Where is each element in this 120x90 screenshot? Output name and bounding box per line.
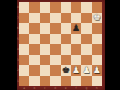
- square-g4[interactable]: [81, 44, 91, 55]
- square-h6[interactable]: [92, 23, 102, 34]
- square-c5[interactable]: [40, 34, 50, 45]
- square-b5[interactable]: [29, 34, 39, 45]
- white-pawn[interactable]: ♟: [71, 65, 81, 76]
- square-d4[interactable]: [50, 44, 60, 55]
- square-g1[interactable]: [81, 76, 91, 87]
- square-g6[interactable]: [81, 23, 91, 34]
- square-f7[interactable]: [71, 13, 81, 24]
- square-d5[interactable]: [50, 34, 60, 45]
- square-a7[interactable]: [19, 13, 29, 24]
- square-e5[interactable]: [61, 34, 71, 45]
- square-h2[interactable]: ♟: [92, 65, 102, 76]
- letterboxed-background: 87654321 ♚♟♚♟♟♟ abcdefgh: [0, 0, 120, 90]
- square-c3[interactable]: [40, 55, 50, 66]
- square-h1[interactable]: [92, 76, 102, 87]
- square-h7[interactable]: ♚: [92, 13, 102, 24]
- file-label-c: c: [40, 86, 50, 90]
- square-b7[interactable]: [29, 13, 39, 24]
- square-d2[interactable]: [50, 65, 60, 76]
- square-b1[interactable]: [29, 76, 39, 87]
- file-label-f: f: [71, 86, 81, 90]
- file-label-e: e: [61, 86, 71, 90]
- square-b3[interactable]: [29, 55, 39, 66]
- square-d6[interactable]: [50, 23, 60, 34]
- square-b2[interactable]: [29, 65, 39, 76]
- square-f4[interactable]: [71, 44, 81, 55]
- square-h4[interactable]: [92, 44, 102, 55]
- white-pawn[interactable]: ♟: [92, 65, 102, 76]
- square-d7[interactable]: [50, 13, 60, 24]
- square-c7[interactable]: [40, 13, 50, 24]
- black-pawn[interactable]: ♟: [71, 23, 81, 34]
- square-f5[interactable]: [71, 34, 81, 45]
- square-d3[interactable]: [50, 55, 60, 66]
- white-king[interactable]: ♚: [92, 13, 102, 24]
- square-f6[interactable]: ♟: [71, 23, 81, 34]
- file-label-a: a: [19, 86, 29, 90]
- square-a1[interactable]: [19, 76, 29, 87]
- square-d8[interactable]: [50, 2, 60, 13]
- square-e6[interactable]: [61, 23, 71, 34]
- square-g3[interactable]: [81, 55, 91, 66]
- file-label-h: h: [92, 86, 102, 90]
- file-label-b: b: [29, 86, 39, 90]
- square-e7[interactable]: [61, 13, 71, 24]
- square-a8[interactable]: [19, 2, 29, 13]
- square-c8[interactable]: [40, 2, 50, 13]
- file-coordinates: abcdefgh: [19, 86, 102, 90]
- white-pawn[interactable]: ♟: [81, 65, 91, 76]
- square-g8[interactable]: [81, 2, 91, 13]
- square-h5[interactable]: [92, 34, 102, 45]
- square-a2[interactable]: [19, 65, 29, 76]
- square-f2[interactable]: ♟: [71, 65, 81, 76]
- square-g7[interactable]: [81, 13, 91, 24]
- square-a3[interactable]: [19, 55, 29, 66]
- square-c1[interactable]: [40, 76, 50, 87]
- square-c6[interactable]: [40, 23, 50, 34]
- black-king[interactable]: ♚: [61, 65, 71, 76]
- square-a6[interactable]: [19, 23, 29, 34]
- square-d1[interactable]: [50, 76, 60, 87]
- square-h8[interactable]: [92, 2, 102, 13]
- square-f3[interactable]: [71, 55, 81, 66]
- square-b4[interactable]: [29, 44, 39, 55]
- square-c2[interactable]: [40, 65, 50, 76]
- chess-board: ♚♟♚♟♟♟: [19, 2, 102, 86]
- square-e4[interactable]: [61, 44, 71, 55]
- file-label-d: d: [50, 86, 60, 90]
- square-b8[interactable]: [29, 2, 39, 13]
- square-g2[interactable]: ♟: [81, 65, 91, 76]
- square-e3[interactable]: [61, 55, 71, 66]
- square-a4[interactable]: [19, 44, 29, 55]
- square-g5[interactable]: [81, 34, 91, 45]
- square-e2[interactable]: ♚: [61, 65, 71, 76]
- square-f8[interactable]: [71, 2, 81, 13]
- square-h3[interactable]: [92, 55, 102, 66]
- square-b6[interactable]: [29, 23, 39, 34]
- square-e8[interactable]: [61, 2, 71, 13]
- file-label-g: g: [81, 86, 91, 90]
- square-f1[interactable]: [71, 76, 81, 87]
- square-e1[interactable]: [61, 76, 71, 87]
- chess-board-frame: 87654321 ♚♟♚♟♟♟ abcdefgh: [17, 0, 105, 90]
- square-c4[interactable]: [40, 44, 50, 55]
- square-a5[interactable]: [19, 34, 29, 45]
